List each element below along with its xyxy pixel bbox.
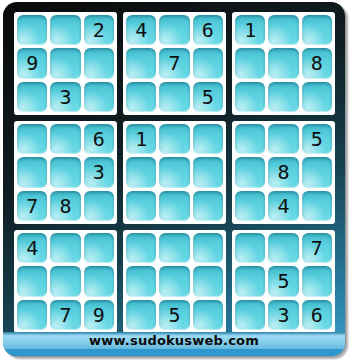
cell-r3c2[interactable]: 3 [50, 82, 80, 112]
cell-r4c6[interactable] [193, 124, 223, 154]
cell-r1c6[interactable]: 6 [193, 15, 223, 45]
cell-r5c7[interactable] [235, 157, 265, 187]
cell-r5c4[interactable] [126, 157, 156, 187]
sudoku-board: 2934675186378158447957536 www.sudokusweb… [3, 2, 345, 356]
cell-r8c6[interactable] [193, 266, 223, 296]
cell-r7c5[interactable] [159, 233, 189, 263]
cell-r9c2[interactable]: 7 [50, 300, 80, 330]
cell-r1c8[interactable] [268, 15, 298, 45]
sudoku-grid: 2934675186378158447957536 [14, 12, 335, 333]
cell-r1c1[interactable] [17, 15, 47, 45]
cell-r7c4[interactable] [126, 233, 156, 263]
box-2-2: 1 [123, 121, 226, 224]
cell-r8c8[interactable]: 5 [268, 266, 298, 296]
cell-r3c8[interactable] [268, 82, 298, 112]
cell-r1c4[interactable]: 4 [126, 15, 156, 45]
box-1-3: 18 [232, 12, 335, 115]
cell-r4c1[interactable] [17, 124, 47, 154]
cell-r2c7[interactable] [235, 48, 265, 78]
cell-r5c8[interactable]: 8 [268, 157, 298, 187]
cell-r7c7[interactable] [235, 233, 265, 263]
cell-r4c7[interactable] [235, 124, 265, 154]
cell-r8c2[interactable] [50, 266, 80, 296]
cell-r2c3[interactable] [84, 48, 114, 78]
cell-r5c1[interactable] [17, 157, 47, 187]
cell-r7c2[interactable] [50, 233, 80, 263]
cell-r2c4[interactable] [126, 48, 156, 78]
box-3-3: 7536 [232, 230, 335, 333]
cell-r9c5[interactable]: 5 [159, 300, 189, 330]
cell-r6c8[interactable]: 4 [268, 191, 298, 221]
footer-bar: www.sudokusweb.com [3, 332, 345, 349]
cell-r7c6[interactable] [193, 233, 223, 263]
cell-r3c3[interactable] [84, 82, 114, 112]
cell-r3c7[interactable] [235, 82, 265, 112]
cell-r2c2[interactable] [50, 48, 80, 78]
cell-r8c9[interactable] [302, 266, 332, 296]
cell-r5c5[interactable] [159, 157, 189, 187]
cell-r6c5[interactable] [159, 191, 189, 221]
cell-r9c4[interactable] [126, 300, 156, 330]
cell-r8c4[interactable] [126, 266, 156, 296]
cell-r2c8[interactable] [268, 48, 298, 78]
cell-r1c3[interactable]: 2 [84, 15, 114, 45]
cell-r9c3[interactable]: 9 [84, 300, 114, 330]
cell-r6c7[interactable] [235, 191, 265, 221]
cell-r2c1[interactable]: 9 [17, 48, 47, 78]
cell-r1c7[interactable]: 1 [235, 15, 265, 45]
box-1-1: 293 [14, 12, 117, 115]
cell-r9c1[interactable] [17, 300, 47, 330]
cell-r7c3[interactable] [84, 233, 114, 263]
cell-r9c8[interactable]: 3 [268, 300, 298, 330]
site-footer: www.sudokusweb.com [3, 332, 345, 356]
cell-r6c2[interactable]: 8 [50, 191, 80, 221]
cell-r7c1[interactable]: 4 [17, 233, 47, 263]
cell-r8c3[interactable] [84, 266, 114, 296]
cell-r3c5[interactable] [159, 82, 189, 112]
cell-r4c3[interactable]: 6 [84, 124, 114, 154]
cell-r6c1[interactable]: 7 [17, 191, 47, 221]
box-1-2: 4675 [123, 12, 226, 115]
box-2-3: 584 [232, 121, 335, 224]
box-2-1: 6378 [14, 121, 117, 224]
cell-r9c7[interactable] [235, 300, 265, 330]
cell-r3c4[interactable] [126, 82, 156, 112]
cell-r2c6[interactable] [193, 48, 223, 78]
box-3-2: 5 [123, 230, 226, 333]
box-3-1: 479 [14, 230, 117, 333]
cell-r3c9[interactable] [302, 82, 332, 112]
cell-r4c4[interactable]: 1 [126, 124, 156, 154]
cell-r5c6[interactable] [193, 157, 223, 187]
cell-r8c7[interactable] [235, 266, 265, 296]
cell-r6c4[interactable] [126, 191, 156, 221]
sudoku-widget: 2934675186378158447957536 www.sudokusweb… [0, 0, 350, 360]
cell-r5c3[interactable]: 3 [84, 157, 114, 187]
cell-r9c6[interactable] [193, 300, 223, 330]
cell-r4c2[interactable] [50, 124, 80, 154]
cell-r6c3[interactable] [84, 191, 114, 221]
cell-r4c8[interactable] [268, 124, 298, 154]
cell-r4c9[interactable]: 5 [302, 124, 332, 154]
cell-r8c5[interactable] [159, 266, 189, 296]
cell-r9c9[interactable]: 6 [302, 300, 332, 330]
site-link[interactable]: www.sudokusweb.com [89, 333, 259, 348]
cell-r5c2[interactable] [50, 157, 80, 187]
cell-r1c2[interactable] [50, 15, 80, 45]
cell-r6c9[interactable] [302, 191, 332, 221]
cell-r1c9[interactable] [302, 15, 332, 45]
cell-r7c8[interactable] [268, 233, 298, 263]
cell-r8c1[interactable] [17, 266, 47, 296]
cell-r4c5[interactable] [159, 124, 189, 154]
cell-r7c9[interactable]: 7 [302, 233, 332, 263]
cell-r2c5[interactable]: 7 [159, 48, 189, 78]
cell-r6c6[interactable] [193, 191, 223, 221]
cell-r3c1[interactable] [17, 82, 47, 112]
cell-r2c9[interactable]: 8 [302, 48, 332, 78]
cell-r1c5[interactable] [159, 15, 189, 45]
footer-strip [3, 349, 345, 356]
cell-r3c6[interactable]: 5 [193, 82, 223, 112]
cell-r5c9[interactable] [302, 157, 332, 187]
